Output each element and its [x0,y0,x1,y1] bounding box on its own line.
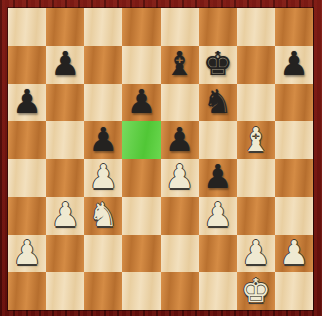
square-g5[interactable]: ♝ [237,121,275,159]
square-f5[interactable] [199,121,237,159]
square-h1[interactable] [275,272,313,310]
square-h6[interactable] [275,84,313,122]
square-e5[interactable]: ♟ [161,121,199,159]
square-c1[interactable] [84,272,122,310]
piece-wN-c3[interactable]: ♞ [89,198,119,231]
square-d3[interactable] [122,197,160,235]
square-g4[interactable] [237,159,275,197]
square-c5[interactable]: ♟ [84,121,122,159]
square-b1[interactable] [46,272,84,310]
square-f2[interactable] [199,235,237,273]
square-g1[interactable]: ♚ [237,272,275,310]
chess-board: ♟♝♚♟♟♟♞♟♟♝♟♟♟♟♞♟♟♟♟♚ [8,8,313,310]
square-a6[interactable]: ♟ [8,84,46,122]
square-e2[interactable] [161,235,199,273]
square-e8[interactable] [161,8,199,46]
chess-board-frame: ♟♝♚♟♟♟♞♟♟♝♟♟♟♟♞♟♟♟♟♚ [0,0,322,316]
piece-bP-c5[interactable]: ♟ [89,123,119,156]
piece-wP-a2[interactable]: ♟ [12,236,42,269]
square-f1[interactable] [199,272,237,310]
square-g6[interactable] [237,84,275,122]
square-e4[interactable]: ♟ [161,159,199,197]
square-f6[interactable]: ♞ [199,84,237,122]
square-c3[interactable]: ♞ [84,197,122,235]
square-c8[interactable] [84,8,122,46]
piece-bP-e5[interactable]: ♟ [165,123,195,156]
square-g8[interactable] [237,8,275,46]
square-d5[interactable] [122,121,160,159]
square-f7[interactable]: ♚ [199,46,237,84]
square-c7[interactable] [84,46,122,84]
square-e6[interactable] [161,84,199,122]
square-e1[interactable] [161,272,199,310]
square-c2[interactable] [84,235,122,273]
square-d7[interactable] [122,46,160,84]
square-c6[interactable] [84,84,122,122]
square-h3[interactable] [275,197,313,235]
square-b7[interactable]: ♟ [46,46,84,84]
square-c4[interactable]: ♟ [84,159,122,197]
square-h8[interactable] [275,8,313,46]
square-a2[interactable]: ♟ [8,235,46,273]
square-b2[interactable] [46,235,84,273]
piece-bN-f6[interactable]: ♞ [203,85,233,118]
square-a1[interactable] [8,272,46,310]
piece-wP-f3[interactable]: ♟ [203,198,233,231]
piece-bB-e7[interactable]: ♝ [165,47,195,80]
square-f3[interactable]: ♟ [199,197,237,235]
square-e3[interactable] [161,197,199,235]
piece-wP-c4[interactable]: ♟ [89,160,119,193]
square-d1[interactable] [122,272,160,310]
square-g3[interactable] [237,197,275,235]
square-e7[interactable]: ♝ [161,46,199,84]
square-a7[interactable] [8,46,46,84]
piece-bP-f4[interactable]: ♟ [203,160,233,193]
piece-bP-d6[interactable]: ♟ [127,85,157,118]
square-f8[interactable] [199,8,237,46]
piece-bP-h7[interactable]: ♟ [279,47,309,80]
square-h7[interactable]: ♟ [275,46,313,84]
square-f4[interactable]: ♟ [199,159,237,197]
square-d4[interactable] [122,159,160,197]
piece-wK-g1[interactable]: ♚ [241,274,271,307]
square-b4[interactable] [46,159,84,197]
piece-bP-a6[interactable]: ♟ [12,85,42,118]
piece-wP-b3[interactable]: ♟ [50,198,80,231]
piece-wP-e4[interactable]: ♟ [165,160,195,193]
square-a8[interactable] [8,8,46,46]
piece-wB-g5[interactable]: ♝ [241,123,271,156]
piece-bK-f7[interactable]: ♚ [203,47,233,80]
square-a4[interactable] [8,159,46,197]
square-d2[interactable] [122,235,160,273]
square-h2[interactable]: ♟ [275,235,313,273]
square-b6[interactable] [46,84,84,122]
square-d6[interactable]: ♟ [122,84,160,122]
square-g7[interactable] [237,46,275,84]
square-a5[interactable] [8,121,46,159]
piece-wP-g2[interactable]: ♟ [241,236,271,269]
square-b8[interactable] [46,8,84,46]
square-h4[interactable] [275,159,313,197]
piece-bP-b7[interactable]: ♟ [50,47,80,80]
square-b3[interactable]: ♟ [46,197,84,235]
square-h5[interactable] [275,121,313,159]
square-d8[interactable] [122,8,160,46]
piece-wP-h2[interactable]: ♟ [279,236,309,269]
square-g2[interactable]: ♟ [237,235,275,273]
square-a3[interactable] [8,197,46,235]
square-b5[interactable] [46,121,84,159]
